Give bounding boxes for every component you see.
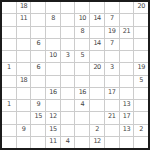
cell-r6-c4[interactable] bbox=[46, 63, 60, 74]
cell-r2-c10[interactable] bbox=[134, 14, 148, 25]
cell-r12-c10[interactable] bbox=[134, 137, 148, 148]
cell-r10-c6[interactable] bbox=[75, 112, 89, 123]
cell-r8-c2[interactable] bbox=[17, 88, 31, 99]
cell-r9-c3[interactable]: 9 bbox=[31, 100, 45, 111]
cell-r11-c2[interactable]: 9 bbox=[17, 125, 31, 136]
cell-r5-c10[interactable] bbox=[134, 51, 148, 62]
cell-r11-c5[interactable] bbox=[61, 125, 75, 136]
endpoint-number: 9 bbox=[22, 125, 26, 133]
cell-r2-c1[interactable] bbox=[2, 14, 16, 25]
cell-r2-c8[interactable]: 7 bbox=[105, 14, 119, 25]
cell-r3-c3[interactable] bbox=[31, 27, 45, 38]
cell-r3-c10[interactable] bbox=[134, 27, 148, 38]
endpoint-number: 13 bbox=[123, 100, 130, 108]
cell-r2-c3[interactable] bbox=[31, 14, 45, 25]
cell-r11-c9[interactable]: 13 bbox=[120, 125, 134, 136]
cell-r9-c6[interactable]: 4 bbox=[75, 100, 89, 111]
cell-r11-c10[interactable]: 2 bbox=[134, 125, 148, 136]
cell-r3-c2[interactable] bbox=[17, 27, 31, 38]
cell-r9-c10[interactable] bbox=[134, 100, 148, 111]
cell-r12-c8[interactable] bbox=[105, 137, 119, 148]
cell-r1-c7[interactable] bbox=[90, 2, 104, 13]
cell-r9-c4[interactable] bbox=[46, 100, 60, 111]
cell-r9-c8[interactable] bbox=[105, 100, 119, 111]
cell-r8-c4[interactable]: 16 bbox=[46, 88, 60, 99]
cell-r12-c1[interactable] bbox=[2, 137, 16, 148]
cell-r12-c5[interactable]: 4 bbox=[61, 137, 75, 148]
endpoint-number: 10 bbox=[79, 14, 86, 22]
cell-r12-c6[interactable] bbox=[75, 137, 89, 148]
cell-r12-c4[interactable]: 11 bbox=[46, 137, 60, 148]
endpoint-number: 11 bbox=[20, 14, 27, 22]
cell-r6-c9[interactable] bbox=[120, 63, 134, 74]
cell-r8-c6[interactable]: 16 bbox=[75, 88, 89, 99]
cell-r5-c3[interactable] bbox=[31, 51, 45, 62]
cell-r8-c8[interactable]: 17 bbox=[105, 88, 119, 99]
cell-r8-c7[interactable] bbox=[90, 88, 104, 99]
endpoint-number: 4 bbox=[81, 100, 85, 108]
cell-r2-c9[interactable] bbox=[120, 14, 134, 25]
cell-r4-c6[interactable] bbox=[75, 39, 89, 50]
cell-r1-c10[interactable]: 20 bbox=[134, 2, 148, 13]
cell-r10-c3[interactable]: 15 bbox=[31, 112, 45, 123]
cell-r10-c9[interactable]: 17 bbox=[120, 112, 134, 123]
cell-r7-c5[interactable] bbox=[61, 76, 75, 87]
endpoint-number: 17 bbox=[123, 112, 130, 120]
cell-r5-c2[interactable] bbox=[17, 51, 31, 62]
cell-r7-c9[interactable] bbox=[120, 76, 134, 87]
cell-r5-c4[interactable]: 10 bbox=[46, 51, 60, 62]
cell-r12-c7[interactable]: 12 bbox=[90, 137, 104, 148]
cell-r6-c8[interactable]: 3 bbox=[105, 63, 119, 74]
numberlink-board: 1820118101478192161471035162031918516161… bbox=[0, 0, 150, 150]
cell-r7-c3[interactable] bbox=[31, 76, 45, 87]
cell-r2-c7[interactable]: 14 bbox=[90, 14, 104, 25]
cell-r10-c7[interactable] bbox=[90, 112, 104, 123]
cell-r7-c1[interactable] bbox=[2, 76, 16, 87]
cell-r11-c8[interactable] bbox=[105, 125, 119, 136]
cell-r2-c4[interactable]: 8 bbox=[46, 14, 60, 25]
cell-r4-c9[interactable] bbox=[120, 39, 134, 50]
endpoint-number: 9 bbox=[36, 100, 40, 108]
cell-r5-c8[interactable] bbox=[105, 51, 119, 62]
endpoint-number: 20 bbox=[93, 63, 100, 71]
cell-r10-c10[interactable] bbox=[134, 112, 148, 123]
endpoint-number: 19 bbox=[108, 27, 115, 35]
endpoint-number: 20 bbox=[138, 2, 145, 10]
cell-r12-c3[interactable] bbox=[31, 137, 45, 148]
cell-r8-c5[interactable] bbox=[61, 88, 75, 99]
cell-r6-c6[interactable] bbox=[75, 63, 89, 74]
cell-r5-c7[interactable] bbox=[90, 51, 104, 62]
cell-r6-c3[interactable]: 6 bbox=[31, 63, 45, 74]
cell-r2-c2[interactable]: 11 bbox=[17, 14, 31, 25]
endpoint-number: 7 bbox=[110, 14, 114, 22]
cell-r8-c3[interactable] bbox=[31, 88, 45, 99]
cell-r11-c4[interactable]: 15 bbox=[46, 125, 60, 136]
endpoint-number: 16 bbox=[79, 88, 86, 96]
cell-r11-c6[interactable] bbox=[75, 125, 89, 136]
cell-r4-c8[interactable]: 7 bbox=[105, 39, 119, 50]
endpoint-number: 15 bbox=[35, 112, 42, 120]
cell-r3-c4[interactable] bbox=[46, 27, 60, 38]
cell-r11-c7[interactable]: 2 bbox=[90, 125, 104, 136]
cell-r10-c1[interactable] bbox=[2, 112, 16, 123]
cell-r10-c4[interactable]: 12 bbox=[46, 112, 60, 123]
endpoint-number: 14 bbox=[93, 14, 100, 22]
endpoint-number: 5 bbox=[139, 76, 143, 84]
endpoint-number: 21 bbox=[123, 27, 130, 35]
endpoint-number: 10 bbox=[49, 51, 56, 59]
cell-r7-c6[interactable] bbox=[75, 76, 89, 87]
cell-r10-c5[interactable] bbox=[61, 112, 75, 123]
cell-r1-c3[interactable] bbox=[31, 2, 45, 13]
endpoint-number: 2 bbox=[95, 125, 99, 133]
cell-r9-c7[interactable] bbox=[90, 100, 104, 111]
endpoint-number: 12 bbox=[93, 137, 100, 145]
cell-r1-c2[interactable]: 18 bbox=[17, 2, 31, 13]
cell-r6-c7[interactable]: 20 bbox=[90, 63, 104, 74]
cell-r3-c6[interactable]: 8 bbox=[75, 27, 89, 38]
cell-r6-c1[interactable]: 1 bbox=[2, 63, 16, 74]
endpoint-number: 8 bbox=[51, 14, 55, 22]
cell-r9-c5[interactable] bbox=[61, 100, 75, 111]
cell-r9-c2[interactable] bbox=[17, 100, 31, 111]
cell-r1-c8[interactable] bbox=[105, 2, 119, 13]
cell-r1-c1[interactable] bbox=[2, 2, 16, 13]
endpoint-number: 17 bbox=[108, 88, 115, 96]
cell-r12-c9[interactable] bbox=[120, 137, 134, 148]
endpoint-number: 1 bbox=[7, 63, 11, 71]
endpoint-number: 14 bbox=[93, 39, 100, 47]
cell-r10-c2[interactable] bbox=[17, 112, 31, 123]
cell-r4-c10[interactable] bbox=[134, 39, 148, 50]
cell-r7-c7[interactable] bbox=[90, 76, 104, 87]
cell-r1-c5[interactable] bbox=[61, 2, 75, 13]
cell-r7-c4[interactable] bbox=[46, 76, 60, 87]
cell-r6-c2[interactable] bbox=[17, 63, 31, 74]
endpoint-number: 3 bbox=[66, 51, 70, 59]
endpoint-number: 7 bbox=[110, 39, 114, 47]
cell-r1-c6[interactable] bbox=[75, 2, 89, 13]
cell-r6-c5[interactable] bbox=[61, 63, 75, 74]
cell-r7-c10[interactable]: 5 bbox=[134, 76, 148, 87]
cell-r4-c5[interactable] bbox=[61, 39, 75, 50]
endpoint-number: 6 bbox=[36, 39, 40, 47]
cell-r6-c10[interactable]: 19 bbox=[134, 63, 148, 74]
endpoint-number: 19 bbox=[138, 63, 145, 71]
cell-r3-c7[interactable] bbox=[90, 27, 104, 38]
endpoint-number: 1 bbox=[7, 100, 11, 108]
endpoint-number: 2 bbox=[139, 125, 143, 133]
endpoint-number: 12 bbox=[49, 112, 56, 120]
cell-r5-c9[interactable] bbox=[120, 51, 134, 62]
cell-r10-c8[interactable]: 21 bbox=[105, 112, 119, 123]
cell-r12-c2[interactable] bbox=[17, 137, 31, 148]
cell-r3-c8[interactable]: 19 bbox=[105, 27, 119, 38]
cell-r8-c10[interactable] bbox=[134, 88, 148, 99]
endpoint-number: 4 bbox=[66, 137, 70, 145]
endpoint-number: 8 bbox=[81, 27, 85, 35]
cell-r5-c5[interactable]: 3 bbox=[61, 51, 75, 62]
cell-r2-c6[interactable]: 10 bbox=[75, 14, 89, 25]
cell-r2-c5[interactable] bbox=[61, 14, 75, 25]
cell-r5-c1[interactable] bbox=[2, 51, 16, 62]
endpoint-number: 18 bbox=[20, 76, 27, 84]
cell-r11-c3[interactable] bbox=[31, 125, 45, 136]
endpoint-number: 13 bbox=[123, 125, 130, 133]
cell-r4-c1[interactable] bbox=[2, 39, 16, 50]
cell-r9-c9[interactable]: 13 bbox=[120, 100, 134, 111]
cell-r3-c9[interactable]: 21 bbox=[120, 27, 134, 38]
endpoint-number: 3 bbox=[110, 63, 114, 71]
cell-r1-c9[interactable] bbox=[120, 2, 134, 13]
cell-r8-c1[interactable] bbox=[2, 88, 16, 99]
cell-r4-c7[interactable]: 14 bbox=[90, 39, 104, 50]
cell-r4-c3[interactable]: 6 bbox=[31, 39, 45, 50]
cell-r7-c8[interactable] bbox=[105, 76, 119, 87]
cell-r3-c1[interactable] bbox=[2, 27, 16, 38]
endpoint-number: 15 bbox=[49, 125, 56, 133]
endpoint-number: 16 bbox=[49, 88, 56, 96]
cell-r11-c1[interactable] bbox=[2, 125, 16, 136]
cell-r1-c4[interactable] bbox=[46, 2, 60, 13]
endpoint-number: 5 bbox=[81, 51, 85, 59]
cell-r7-c2[interactable]: 18 bbox=[17, 76, 31, 87]
cell-r9-c1[interactable]: 1 bbox=[2, 100, 16, 111]
endpoint-number: 21 bbox=[108, 112, 115, 120]
endpoint-number: 11 bbox=[49, 137, 56, 145]
cell-r5-c6[interactable]: 5 bbox=[75, 51, 89, 62]
cell-r3-c5[interactable] bbox=[61, 27, 75, 38]
cell-r4-c2[interactable] bbox=[17, 39, 31, 50]
cell-r8-c9[interactable] bbox=[120, 88, 134, 99]
endpoint-number: 6 bbox=[36, 63, 40, 71]
endpoint-number: 18 bbox=[20, 2, 27, 10]
cell-r4-c4[interactable] bbox=[46, 39, 60, 50]
